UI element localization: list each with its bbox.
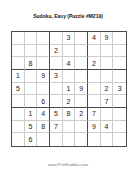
sudoku-cell-r6c4 xyxy=(50,95,63,108)
sudoku-cell-r1c2 xyxy=(25,32,38,45)
sudoku-cell-r4c4: 3 xyxy=(50,70,63,83)
sudoku-cell-r8c9 xyxy=(113,121,126,134)
sudoku-cell-r1c1 xyxy=(12,32,25,45)
sudoku-cell-r3c1 xyxy=(12,57,25,70)
sudoku-cell-r1c3 xyxy=(37,32,50,45)
sudoku-cell-r3c5: 4 xyxy=(63,57,76,70)
sudoku-cell-r7c2: 1 xyxy=(25,108,38,121)
sudoku-cell-r5c8: 2 xyxy=(101,83,114,96)
sudoku-cell-r2c8 xyxy=(101,45,114,58)
sudoku-cell-r7c4: 5 xyxy=(50,108,63,121)
sudoku-cell-r7c9 xyxy=(113,108,126,121)
sudoku-cell-r7c1 xyxy=(12,108,25,121)
sudoku-cell-r3c7: 2 xyxy=(88,57,101,70)
sudoku-cell-r9c6 xyxy=(75,133,88,146)
sudoku-cell-r8c3: 8 xyxy=(37,121,50,134)
footer-url: www.PrintSudoku.com xyxy=(0,162,136,167)
sudoku-cell-r8c2: 5 xyxy=(25,121,38,134)
sudoku-cell-r9c2: 6 xyxy=(25,133,38,146)
sudoku-cell-r1c5: 3 xyxy=(63,32,76,45)
sudoku-cell-r6c7 xyxy=(88,95,101,108)
sudoku-cell-r4c2 xyxy=(25,70,38,83)
sudoku-cell-r6c2 xyxy=(25,95,38,108)
sudoku-cell-r8c7: 9 xyxy=(88,121,101,134)
sudoku-cell-r5c6: 9 xyxy=(75,83,88,96)
sudoku-cell-r2c6 xyxy=(75,45,88,58)
page-title: Sudoku, Easy (Puzzle #M219) xyxy=(0,13,136,19)
sudoku-cell-r5c5: 1 xyxy=(63,83,76,96)
sudoku-cell-r2c2 xyxy=(25,45,38,58)
sudoku-cell-r4c7 xyxy=(88,70,101,83)
sudoku-cell-r4c8 xyxy=(101,70,114,83)
sudoku-cell-r3c9 xyxy=(113,57,126,70)
sudoku-cell-r4c9 xyxy=(113,70,126,83)
sudoku-cell-r6c9 xyxy=(113,95,126,108)
sudoku-cell-r8c6 xyxy=(75,121,88,134)
sudoku-cell-r5c9: 3 xyxy=(113,83,126,96)
sudoku-cell-r5c7 xyxy=(88,83,101,96)
sudoku-cell-r3c8 xyxy=(101,57,114,70)
sudoku-cell-r9c1 xyxy=(12,133,25,146)
sudoku-cell-r5c1: 5 xyxy=(12,83,25,96)
sudoku-cell-r5c3 xyxy=(37,83,50,96)
sudoku-cell-r9c5 xyxy=(63,133,76,146)
sudoku-cell-r7c6: 2 xyxy=(75,108,88,121)
sudoku-cell-r8c5 xyxy=(63,121,76,134)
sudoku-cell-r3c3 xyxy=(37,57,50,70)
sudoku-cell-r4c1: 1 xyxy=(12,70,25,83)
sudoku-cell-r1c8: 9 xyxy=(101,32,114,45)
sudoku-cell-r4c3: 9 xyxy=(37,70,50,83)
sudoku-cell-r3c4 xyxy=(50,57,63,70)
sudoku-cell-r2c5 xyxy=(63,45,76,58)
sudoku-cell-r8c1 xyxy=(12,121,25,134)
sudoku-cell-r3c6 xyxy=(75,57,88,70)
sudoku-cell-r6c5: 2 xyxy=(63,95,76,108)
sudoku-cell-r5c4 xyxy=(50,83,63,96)
sudoku-cell-r2c9 xyxy=(113,45,126,58)
sudoku-cell-r9c3 xyxy=(37,133,50,146)
sudoku-cell-r2c1 xyxy=(12,45,25,58)
sudoku-cell-r1c4 xyxy=(50,32,63,45)
sudoku-cell-r2c7 xyxy=(88,45,101,58)
sudoku-cell-r1c9 xyxy=(113,32,126,45)
sudoku-cell-r1c7: 4 xyxy=(88,32,101,45)
sudoku-cell-r9c7 xyxy=(88,133,101,146)
sudoku-cell-r6c8: 7 xyxy=(101,95,114,108)
sudoku-cell-r7c3: 4 xyxy=(37,108,50,121)
sudoku-cell-r1c6 xyxy=(75,32,88,45)
sudoku-cell-r9c8 xyxy=(101,133,114,146)
sudoku-cell-r5c2 xyxy=(25,83,38,96)
sudoku-cell-r2c4: 2 xyxy=(50,45,63,58)
sudoku-cell-r9c4 xyxy=(50,133,63,146)
sudoku-cell-r6c1 xyxy=(12,95,25,108)
sudoku-cell-r7c7: 7 xyxy=(88,108,101,121)
sudoku-cell-r4c5 xyxy=(63,70,76,83)
sudoku-cell-r2c3 xyxy=(37,45,50,58)
sudoku-cell-r9c9 xyxy=(113,133,126,146)
sudoku-cell-r6c3: 6 xyxy=(37,95,50,108)
sudoku-grid: 349284219351923627145827587946 xyxy=(11,31,127,147)
sudoku-cell-r4c6 xyxy=(75,70,88,83)
sudoku-cell-r3c2: 8 xyxy=(25,57,38,70)
sudoku-cell-r7c5: 8 xyxy=(63,108,76,121)
sudoku-cell-r8c4: 7 xyxy=(50,121,63,134)
sudoku-cell-r7c8 xyxy=(101,108,114,121)
sudoku-cell-r6c6 xyxy=(75,95,88,108)
sudoku-cell-r8c8: 4 xyxy=(101,121,114,134)
